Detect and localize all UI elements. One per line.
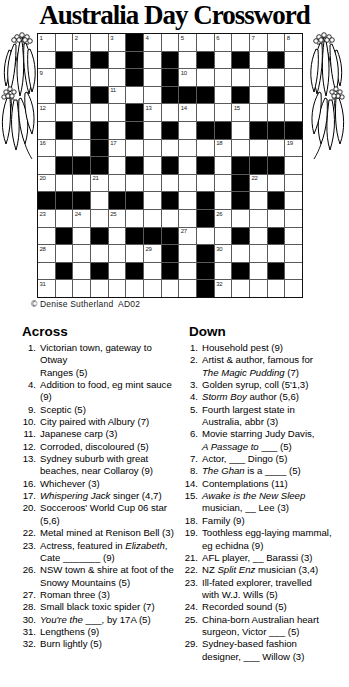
clue-down-18: 18.Family (9) (177, 515, 349, 527)
block-cell (162, 69, 179, 86)
cell-number: 19 (287, 140, 293, 146)
grid-cell[interactable]: 25 (109, 210, 126, 227)
grid-cell[interactable]: 29 (144, 245, 161, 262)
grid-cell[interactable] (215, 263, 232, 280)
grid-cell[interactable]: 20 (38, 175, 55, 192)
clue-text: China-born Australian heartsurgeon, Vict… (202, 614, 349, 639)
grid-cell[interactable] (179, 157, 196, 174)
clue-number: 20. (10, 502, 36, 527)
grid-cell[interactable] (91, 69, 108, 86)
clue-number: 9. (10, 404, 36, 416)
grid-cell[interactable] (91, 104, 108, 121)
grid-cell[interactable]: 30 (215, 245, 232, 262)
grid-cell[interactable] (250, 140, 267, 157)
clue-across-11: 11.Japanese carp (3) (10, 428, 178, 440)
clue-number: 19. (177, 527, 198, 552)
grid-cell[interactable]: 18 (215, 140, 232, 157)
grid-cell[interactable] (38, 263, 55, 280)
grid-cell[interactable]: 14 (179, 104, 196, 121)
block-cell (162, 122, 179, 139)
grid-cell[interactable] (250, 52, 267, 69)
gum-leaves-illustration-left (1, 32, 38, 162)
grid-cell[interactable] (73, 245, 90, 262)
grid-cell[interactable] (38, 52, 55, 69)
block-cell (73, 192, 90, 209)
clue-text: Whispering Jack singer (4,7) (40, 490, 178, 502)
grid-cell[interactable] (56, 34, 73, 51)
cell-number: 23 (40, 211, 46, 217)
grid-cell[interactable] (109, 280, 126, 297)
clue-number: 4. (10, 379, 36, 404)
clue-text: NZ Split Enz musician (3,4) (202, 564, 349, 576)
grid-cell[interactable]: 17 (109, 140, 126, 157)
grid-cell[interactable] (73, 52, 90, 69)
grid-cell[interactable] (197, 140, 214, 157)
across-clues-section: Across 1.Victorian town, gateway to Otwa… (10, 325, 178, 651)
grid-cell[interactable]: 4 (144, 34, 161, 51)
grid-cell[interactable] (73, 175, 90, 192)
block-cell (250, 122, 267, 139)
block-cell (162, 157, 179, 174)
grid-cell[interactable] (250, 87, 267, 104)
block-cell (197, 52, 214, 69)
grid-cell[interactable] (268, 280, 285, 297)
grid-cell[interactable] (73, 280, 90, 297)
grid-cell[interactable] (38, 157, 55, 174)
block-cell (232, 192, 249, 209)
cell-number: 29 (145, 246, 151, 252)
block-cell (91, 122, 108, 139)
grid-cell[interactable] (91, 34, 108, 51)
clue-across-22: 22.Metal mined at Renison Bell (3) (10, 527, 178, 539)
cell-number: 3 (110, 35, 113, 41)
clue-number: 22. (177, 564, 198, 576)
grid-cell[interactable] (250, 263, 267, 280)
block-cell (197, 280, 214, 297)
grid-cell[interactable]: 28 (38, 245, 55, 262)
block-cell (126, 228, 143, 245)
clue-text: Sydney suburb with greatbeaches, near Co… (40, 453, 178, 478)
cell-number: 32 (216, 281, 222, 287)
grid-cell[interactable]: 9 (38, 69, 55, 86)
grid-cell[interactable] (285, 192, 302, 209)
block-cell (232, 157, 249, 174)
grid-cell[interactable] (232, 69, 249, 86)
clue-text: Roman three (3) (40, 589, 178, 601)
grid-cell[interactable] (179, 52, 196, 69)
grid-cell[interactable] (144, 122, 161, 139)
grid-cell[interactable] (285, 280, 302, 297)
block-cell (126, 104, 143, 121)
block-cell (197, 122, 214, 139)
grid-cell[interactable] (109, 69, 126, 86)
grid-cell[interactable] (179, 263, 196, 280)
grid-cell[interactable] (126, 140, 143, 157)
clue-down-5: 5.Fourth largest state inAustralia, abbr… (177, 404, 349, 429)
grid-cell[interactable] (144, 52, 161, 69)
clue-text: Storm Boy author (5,6) (202, 391, 349, 403)
grid-cell[interactable]: 21 (91, 175, 108, 192)
block-cell (91, 140, 108, 157)
cell-number: 1 (40, 35, 43, 41)
block-cell (197, 210, 214, 227)
block-cell (126, 192, 143, 209)
grid-cell[interactable] (179, 175, 196, 192)
grid-cell[interactable] (179, 245, 196, 262)
clue-text: Sydney-based fashiondesigner, ___ Willow… (202, 638, 349, 663)
clue-text: Toothless egg-laying mammal,eg echidna (… (202, 527, 349, 552)
cell-number: 13 (145, 105, 151, 111)
grid-cell[interactable] (56, 280, 73, 297)
cell-number: 5 (181, 35, 184, 41)
clue-text: NSW town & shire at foot of theSnowy Mou… (40, 564, 178, 589)
block-cell (56, 52, 73, 69)
grid-cell[interactable] (144, 69, 161, 86)
grid-cell[interactable] (215, 192, 232, 209)
grid-cell[interactable] (232, 34, 249, 51)
grid-cell[interactable] (91, 245, 108, 262)
clue-number: 11. (10, 428, 36, 440)
clue-across-32: 32.Burn lightly (5) (10, 638, 178, 650)
grid-cell[interactable] (179, 210, 196, 227)
grid-cell[interactable] (285, 157, 302, 174)
block-cell (126, 69, 143, 86)
block-cell (197, 192, 214, 209)
grid-cell[interactable] (126, 175, 143, 192)
grid-cell[interactable] (56, 245, 73, 262)
grid-cell[interactable]: 2 (73, 34, 90, 51)
cell-number: 21 (92, 175, 98, 181)
block-cell (126, 122, 143, 139)
grid-cell[interactable] (144, 175, 161, 192)
grid-cell[interactable]: 15 (232, 104, 249, 121)
grid-cell[interactable]: 22 (250, 175, 267, 192)
grid-cell[interactable] (250, 280, 267, 297)
cell-number: 14 (181, 105, 187, 111)
clue-text: Awake is the New Sleepmusician, __ Lee (… (202, 490, 349, 515)
clue-down-7: 7.Actor, ___ Dingo (5) (177, 453, 349, 465)
grid-cell[interactable] (179, 140, 196, 157)
grid-cell[interactable] (56, 210, 73, 227)
clue-text: Burn lightly (5) (40, 638, 178, 650)
block-cell (285, 122, 302, 139)
block-cell (126, 263, 143, 280)
grid-cell[interactable] (73, 87, 90, 104)
grid-cell[interactable] (285, 52, 302, 69)
cell-number: 26 (216, 211, 222, 217)
grid-cell[interactable] (285, 245, 302, 262)
grid-cell[interactable]: 8 (285, 34, 302, 51)
grid-cell[interactable]: 11 (109, 87, 126, 104)
grid-cell[interactable] (197, 69, 214, 86)
grid-cell[interactable] (109, 104, 126, 121)
grid-cell[interactable] (285, 175, 302, 192)
grid-cell[interactable] (268, 34, 285, 51)
block-cell (162, 263, 179, 280)
block-cell (56, 157, 73, 174)
down-clues-section: Down 1.Household pest (9)2.Artist & auth… (177, 325, 349, 663)
clue-across-23: 23.Actress, featured in Elizabeth,Cate _… (10, 540, 178, 565)
cell-number: 9 (40, 70, 43, 76)
clue-across-9: 9.Sceptic (5) (10, 404, 178, 416)
cell-number: 30 (216, 246, 222, 252)
grid-cell[interactable] (109, 245, 126, 262)
clue-across-27: 27.Roman three (3) (10, 589, 178, 601)
block-cell (179, 87, 196, 104)
block-cell (56, 192, 73, 209)
grid-cell[interactable] (250, 69, 267, 86)
grid-cell[interactable] (197, 175, 214, 192)
block-cell (268, 192, 285, 209)
grid-cell[interactable] (162, 175, 179, 192)
block-cell (126, 52, 143, 69)
grid-cell[interactable] (162, 104, 179, 121)
clue-across-10: 10.City paired with Albury (7) (10, 416, 178, 428)
cell-number: 10 (181, 70, 187, 76)
grid-cell[interactable] (126, 280, 143, 297)
grid-cell[interactable]: 31 (38, 280, 55, 297)
grid-cell[interactable] (144, 263, 161, 280)
grid-cell[interactable] (250, 104, 267, 121)
grid-cell[interactable] (232, 280, 249, 297)
clue-text: Actress, featured in Elizabeth,Cate ____… (40, 540, 178, 565)
cell-number: 24 (75, 211, 81, 217)
clue-down-8: 8.The Ghan is a ____ (5) (177, 465, 349, 477)
block-cell (197, 87, 214, 104)
cell-number: 4 (145, 35, 148, 41)
clue-down-21: 21.AFL player, __ Barassi (3) (177, 552, 349, 564)
block-cell (91, 87, 108, 104)
clue-down-22: 22.NZ Split Enz musician (3,4) (177, 564, 349, 576)
cell-number: 31 (40, 281, 46, 287)
grid-cell[interactable] (179, 192, 196, 209)
grid-cell[interactable] (144, 157, 161, 174)
grid-cell[interactable] (162, 140, 179, 157)
grid-cell[interactable] (215, 228, 232, 245)
grid-cell[interactable] (91, 280, 108, 297)
grid-cell[interactable] (215, 104, 232, 121)
block-cell (56, 228, 73, 245)
grid-cell[interactable] (73, 263, 90, 280)
grid-cell[interactable] (126, 87, 143, 104)
grid-cell[interactable] (250, 210, 267, 227)
grid-cell[interactable] (285, 263, 302, 280)
grid-cell[interactable] (126, 210, 143, 227)
grid-cell[interactable]: 32 (215, 280, 232, 297)
grid-cell[interactable] (73, 140, 90, 157)
clue-across-13: 13.Sydney suburb with greatbeaches, near… (10, 453, 178, 478)
grid-cell[interactable] (144, 140, 161, 157)
grid-cell[interactable]: 27 (179, 228, 196, 245)
grid-cell[interactable] (215, 69, 232, 86)
grid-cell[interactable] (109, 175, 126, 192)
grid-cell[interactable]: 1 (38, 34, 55, 51)
grid-cell[interactable] (144, 87, 161, 104)
grid-cell[interactable] (285, 69, 302, 86)
clue-number: 16. (10, 478, 36, 490)
clue-down-6: 6.Movie starring Judy Davis,A Passage to… (177, 428, 349, 453)
grid-cell[interactable]: 5 (179, 34, 196, 51)
grid-cell[interactable] (109, 52, 126, 69)
grid-cell[interactable] (91, 192, 108, 209)
grid-cell[interactable] (179, 280, 196, 297)
down-clue-list: 1.Household pest (9)2.Artist & author, f… (177, 342, 349, 663)
grid-cell[interactable] (250, 245, 267, 262)
grid-cell[interactable]: 10 (179, 69, 196, 86)
clue-number: 24. (177, 601, 198, 613)
clue-text: You're the ___, by 17A (5) (40, 614, 178, 626)
clue-number: 7. (177, 453, 198, 465)
grid-cell[interactable] (268, 175, 285, 192)
clue-across-30: 30.You're the ___, by 17A (5) (10, 614, 178, 626)
grid-cell[interactable] (56, 104, 73, 121)
clue-number: 28. (10, 601, 36, 613)
grid-cell[interactable] (268, 69, 285, 86)
grid-cell[interactable] (38, 87, 55, 104)
cell-number: 16 (40, 140, 46, 146)
clue-text: Fourth largest state inAustralia, abbr (… (202, 404, 349, 429)
grid-cell[interactable] (268, 245, 285, 262)
clue-text: Artist & author, famous forThe Magic Pud… (202, 354, 349, 379)
block-cell (232, 263, 249, 280)
grid-cell[interactable] (268, 140, 285, 157)
grid-cell[interactable]: 24 (73, 210, 90, 227)
block-cell (162, 245, 179, 262)
clue-text: Small black toxic spider (7) (40, 601, 178, 613)
grid-cell[interactable] (73, 228, 90, 245)
grid-cell[interactable] (179, 122, 196, 139)
block-cell (268, 157, 285, 174)
grid-cell[interactable] (285, 87, 302, 104)
gum-leaves-icon (308, 32, 345, 162)
grid-cell[interactable]: 12 (38, 104, 55, 121)
clue-text: The Ghan is a ____ (5) (202, 465, 349, 477)
grid-cell[interactable] (285, 228, 302, 245)
block-cell (126, 157, 143, 174)
grid-cell[interactable] (232, 122, 249, 139)
grid-cell[interactable] (38, 228, 55, 245)
clue-text: Addition to food, eg mint sauce (9) (40, 379, 178, 404)
grid-cell[interactable] (73, 122, 90, 139)
grid-cell[interactable] (91, 210, 108, 227)
cell-number: 7 (251, 35, 254, 41)
grid-cell[interactable]: 26 (215, 210, 232, 227)
grid-cell[interactable]: 23 (38, 210, 55, 227)
grid-cell[interactable]: 13 (144, 104, 161, 121)
grid-cell[interactable]: 3 (109, 34, 126, 51)
grid-cell[interactable] (56, 69, 73, 86)
clue-text: Contemplations (11) (202, 478, 349, 490)
grid-cell[interactable] (109, 263, 126, 280)
grid-cell[interactable] (250, 228, 267, 245)
grid-cell[interactable]: 7 (250, 34, 267, 51)
block-cell (162, 87, 179, 104)
grid-cell[interactable] (162, 210, 179, 227)
clue-text: Movie starring Judy Davis,A Passage to _… (202, 428, 349, 453)
block-cell (91, 52, 108, 69)
grid-cell[interactable] (109, 122, 126, 139)
grid-cell[interactable]: 16 (38, 140, 55, 157)
clue-text: Family (9) (202, 515, 349, 527)
grid-cell[interactable] (73, 69, 90, 86)
block-cell (73, 157, 90, 174)
clue-down-3: 3.Golden syrup, coll (5'1,3) (177, 379, 349, 391)
clue-text: City paired with Albury (7) (40, 416, 178, 428)
grid-cell[interactable] (144, 280, 161, 297)
cell-number: 22 (251, 175, 257, 181)
clue-number: 3. (177, 379, 198, 391)
cell-number: 15 (234, 105, 240, 111)
grid-cell[interactable] (215, 87, 232, 104)
grid-cell[interactable] (215, 157, 232, 174)
clue-across-17: 17.Whispering Jack singer (4,7) (10, 490, 178, 502)
grid-cell[interactable] (162, 34, 179, 51)
clue-down-19: 19.Toothless egg-laying mammal,eg echidn… (177, 527, 349, 552)
page-title: Australia Day Crossword (0, 0, 349, 31)
grid-cell[interactable] (109, 228, 126, 245)
clue-number: 15. (177, 490, 198, 515)
clue-across-4: 4.Addition to food, eg mint sauce (9) (10, 379, 178, 404)
cell-number: 6 (216, 35, 219, 41)
clue-text: Golden syrup, coll (5'1,3) (202, 379, 349, 391)
grid-cell[interactable] (56, 175, 73, 192)
grid-cell[interactable] (126, 245, 143, 262)
clue-number: 5. (177, 404, 198, 429)
grid-cell[interactable] (56, 140, 73, 157)
clue-number: 29. (177, 638, 198, 663)
grid-cell[interactable] (162, 280, 179, 297)
clue-down-4: 4.Storm Boy author (5,6) (177, 391, 349, 403)
grid-cell[interactable] (144, 210, 161, 227)
gum-leaves-icon (1, 32, 38, 162)
block-cell (268, 52, 285, 69)
grid-cell[interactable] (38, 122, 55, 139)
grid-cell[interactable] (232, 210, 249, 227)
grid-cell[interactable] (109, 157, 126, 174)
grid-cell[interactable] (285, 104, 302, 121)
clue-across-1: 1.Victorian town, gateway to OtwayRanges… (10, 342, 178, 379)
block-cell (232, 175, 249, 192)
grid-cell[interactable]: 19 (285, 140, 302, 157)
block-cell (162, 192, 179, 209)
grid-cell[interactable] (215, 52, 232, 69)
block-cell (215, 122, 232, 139)
grid-cell[interactable] (215, 175, 232, 192)
grid-cell[interactable] (232, 245, 249, 262)
block-cell (197, 157, 214, 174)
clue-text: Corroded, discoloured (5) (40, 441, 178, 453)
grid-cell[interactable] (197, 34, 214, 51)
grid-cell[interactable] (250, 192, 267, 209)
clue-down-1: 1.Household pest (9) (177, 342, 349, 354)
grid-cell[interactable] (268, 104, 285, 121)
grid-cell[interactable] (144, 192, 161, 209)
block-cell (56, 263, 73, 280)
clue-text: Lengthens (9) (40, 626, 178, 638)
across-clue-list: 1.Victorian town, gateway to OtwayRanges… (10, 342, 178, 651)
grid-cell[interactable] (197, 228, 214, 245)
clue-number: 23. (177, 577, 198, 602)
grid-cell[interactable] (285, 210, 302, 227)
clue-across-16: 16.Whichever (3) (10, 478, 178, 490)
grid-cell[interactable] (268, 210, 285, 227)
clue-number: 25. (177, 614, 198, 639)
grid-cell[interactable]: 6 (215, 34, 232, 51)
clue-text: Ill-fated explorer, travelledwith W.J. W… (202, 577, 349, 602)
grid-cell[interactable] (232, 140, 249, 157)
grid-cell[interactable] (197, 104, 214, 121)
grid-cell[interactable] (73, 104, 90, 121)
